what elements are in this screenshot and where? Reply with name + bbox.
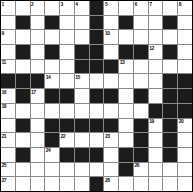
black-cell [45, 45, 59, 59]
crossword-cell[interactable] [60, 163, 74, 177]
crossword-cell[interactable]: 1 [1, 1, 15, 15]
crossword-cell[interactable] [163, 30, 177, 44]
clue-number: 17 [31, 89, 36, 95]
crossword-cell[interactable] [1, 16, 15, 30]
black-cell [90, 16, 104, 30]
clue-number: 24 [46, 147, 51, 153]
crossword-cell[interactable] [45, 1, 59, 15]
black-cell [45, 119, 59, 133]
crossword-cell[interactable] [31, 148, 45, 162]
crossword-cell[interactable] [31, 163, 45, 177]
black-cell [104, 89, 118, 103]
crossword-cell[interactable] [178, 133, 192, 147]
crossword-cell[interactable] [16, 104, 30, 118]
crossword-cell[interactable]: 5 [104, 1, 118, 15]
crossword-cell[interactable] [31, 133, 45, 147]
black-cell [119, 45, 133, 59]
crossword-cell[interactable] [90, 104, 104, 118]
crossword-cell[interactable] [149, 177, 163, 191]
black-cell [163, 74, 177, 88]
crossword-cell[interactable] [163, 163, 177, 177]
clue-number: 7 [149, 1, 151, 7]
crossword-cell[interactable] [1, 45, 15, 59]
black-cell [163, 133, 177, 147]
black-cell [90, 45, 104, 59]
crossword-cell[interactable] [178, 16, 192, 30]
clue-number: 6 [134, 1, 136, 7]
crossword-cell[interactable] [31, 104, 45, 118]
crossword-cell[interactable] [119, 74, 133, 88]
crossword-cell[interactable] [178, 177, 192, 191]
crossword-cell[interactable]: 7 [149, 1, 163, 15]
crossword-cell[interactable] [134, 104, 148, 118]
crossword-cell[interactable] [1, 119, 15, 133]
crossword-cell[interactable] [149, 60, 163, 74]
crossword-cell[interactable] [104, 74, 118, 88]
black-cell [45, 133, 59, 147]
crossword-cell[interactable] [16, 60, 30, 74]
crossword-cell[interactable]: 13 [119, 60, 133, 74]
crossword-cell[interactable] [134, 16, 148, 30]
crossword-cell[interactable] [31, 177, 45, 191]
black-cell [90, 89, 104, 103]
crossword-cell[interactable]: 6 [134, 1, 148, 15]
clue-number: 11 [2, 59, 6, 65]
black-cell [60, 89, 74, 103]
crossword-cell[interactable]: 25 [1, 163, 15, 177]
crossword-cell[interactable] [149, 74, 163, 88]
crossword-cell[interactable] [75, 104, 89, 118]
clue-number: 14 [46, 74, 51, 80]
black-cell [163, 119, 177, 133]
clue-number: 12 [149, 45, 154, 51]
clue-number: 10 [105, 30, 110, 36]
crossword-cell[interactable] [75, 30, 89, 44]
crossword-cell[interactable]: 21 [1, 133, 15, 147]
crossword-cell[interactable] [119, 133, 133, 147]
crossword-cell[interactable] [149, 30, 163, 44]
black-cell [75, 60, 89, 74]
crossword-cell[interactable] [178, 163, 192, 177]
crossword-puzzle: 1234567891012111314151617181920212223242… [0, 0, 193, 192]
crossword-cell[interactable] [134, 30, 148, 44]
black-cell [90, 60, 104, 74]
crossword-cell[interactable] [178, 30, 192, 44]
clue-number: 16 [2, 89, 7, 95]
crossword-cell[interactable] [119, 104, 133, 118]
black-cell [16, 45, 30, 59]
crossword-cell[interactable] [149, 148, 163, 162]
crossword-cell[interactable] [104, 148, 118, 162]
clue-number: 1 [2, 1, 4, 7]
crossword-cell[interactable]: 12 [149, 45, 163, 59]
clue-number: 26 [134, 162, 139, 168]
crossword-cell[interactable] [45, 104, 59, 118]
black-cell [45, 16, 59, 30]
crossword-cell[interactable]: 22 [60, 133, 74, 147]
crossword-cell[interactable] [104, 104, 118, 118]
clue-number: 15 [75, 74, 80, 80]
crossword-cell[interactable] [16, 30, 30, 44]
crossword-cell[interactable] [31, 30, 45, 44]
clue-number: 25 [2, 162, 7, 168]
crossword-cell[interactable]: 10 [104, 30, 118, 44]
crossword-cell[interactable] [31, 119, 45, 133]
black-cell [90, 148, 104, 162]
crossword-cell[interactable] [75, 16, 89, 30]
crossword-cell[interactable] [16, 177, 30, 191]
crossword-cell[interactable]: 9 [1, 30, 15, 44]
crossword-cell[interactable]: 23 [104, 133, 118, 147]
black-cell [178, 89, 192, 103]
crossword-cell[interactable] [60, 16, 74, 30]
black-cell [16, 89, 30, 103]
black-cell [119, 148, 133, 162]
crossword-cell[interactable] [16, 1, 30, 15]
clue-number: 27 [2, 177, 7, 183]
crossword-cell[interactable] [163, 60, 177, 74]
clue-number: 3 [61, 1, 63, 7]
black-cell [178, 104, 192, 118]
black-cell [163, 16, 177, 30]
black-cell [90, 1, 104, 15]
crossword-cell[interactable] [31, 16, 45, 30]
crossword-cell[interactable] [178, 148, 192, 162]
clue-number: 20 [179, 118, 184, 124]
crossword-cell[interactable] [16, 133, 30, 147]
crossword-cell[interactable] [119, 89, 133, 103]
crossword-cell[interactable] [119, 119, 133, 133]
crossword-cell[interactable]: 19 [149, 119, 163, 133]
black-cell [149, 104, 163, 118]
clue-number: 22 [61, 133, 66, 139]
crossword-cell[interactable] [31, 45, 45, 59]
crossword-cell[interactable] [60, 30, 74, 44]
clue-number: 9 [2, 30, 4, 36]
clue-number: 23 [105, 133, 110, 139]
crossword-cell[interactable]: 11 [1, 60, 15, 74]
crossword-cell[interactable]: 24 [45, 148, 59, 162]
crossword-cell[interactable] [45, 163, 59, 177]
crossword-cell[interactable] [60, 60, 74, 74]
crossword-cell[interactable]: 3 [60, 1, 74, 15]
crossword-cell[interactable] [45, 60, 59, 74]
black-cell [60, 119, 74, 133]
clue-number: 21 [2, 133, 7, 139]
crossword-cell[interactable] [60, 104, 74, 118]
crossword-cell[interactable] [60, 45, 74, 59]
black-cell [163, 45, 177, 59]
crossword-cell[interactable]: 8 [178, 1, 192, 15]
crossword-cell[interactable] [16, 163, 30, 177]
black-cell [163, 148, 177, 162]
black-cell [134, 89, 148, 103]
crossword-cell[interactable] [134, 74, 148, 88]
crossword-cell[interactable] [149, 16, 163, 30]
crossword-cell[interactable] [178, 60, 192, 74]
black-cell [119, 163, 133, 177]
crossword-cell[interactable]: 2 [31, 1, 45, 15]
black-cell [134, 45, 148, 59]
crossword-cell[interactable]: 4 [75, 1, 89, 15]
black-cell [90, 30, 104, 44]
crossword-cell[interactable] [75, 133, 89, 147]
crossword-cell[interactable] [178, 45, 192, 59]
crossword-cell[interactable] [163, 177, 177, 191]
black-cell [104, 60, 118, 74]
black-cell [75, 148, 89, 162]
crossword-cell[interactable] [45, 30, 59, 44]
crossword-cell[interactable] [104, 163, 118, 177]
crossword-cell[interactable] [119, 30, 133, 44]
crossword-cell[interactable] [60, 74, 74, 88]
crossword-cell[interactable]: 20 [178, 119, 192, 133]
crossword-cell[interactable] [134, 60, 148, 74]
crossword-cell[interactable] [45, 177, 59, 191]
crossword-cell[interactable] [75, 177, 89, 191]
black-cell [31, 74, 45, 88]
black-cell [60, 148, 74, 162]
black-cell [16, 74, 30, 88]
clue-number: 8 [179, 1, 181, 7]
crossword-cell[interactable] [60, 177, 74, 191]
crossword-cell[interactable] [90, 133, 104, 147]
black-cell [134, 119, 148, 133]
clue-number: 5 [105, 1, 107, 7]
crossword-cell[interactable]: 26 [134, 163, 148, 177]
crossword-grid: 1234567891012111314151617181920212223242… [0, 0, 193, 192]
black-cell [16, 119, 30, 133]
clue-number: 19 [149, 118, 154, 124]
crossword-cell[interactable] [149, 89, 163, 103]
crossword-cell[interactable] [134, 177, 148, 191]
black-cell [75, 119, 89, 133]
black-cell [134, 133, 148, 147]
black-cell [90, 177, 104, 191]
crossword-cell[interactable]: 17 [31, 89, 45, 103]
black-cell [16, 148, 30, 162]
black-cell [16, 16, 30, 30]
crossword-cell[interactable] [75, 163, 89, 177]
crossword-cell[interactable] [75, 89, 89, 103]
crossword-cell[interactable] [104, 16, 118, 30]
clue-number: 13 [120, 59, 125, 65]
crossword-cell[interactable] [90, 74, 104, 88]
crossword-cell[interactable]: 14 [45, 74, 59, 88]
black-cell [163, 104, 177, 118]
crossword-cell[interactable] [149, 163, 163, 177]
crossword-cell[interactable] [31, 60, 45, 74]
crossword-cell[interactable]: 16 [1, 89, 15, 103]
crossword-cell[interactable] [163, 1, 177, 15]
black-cell [178, 74, 192, 88]
black-cell [1, 74, 15, 88]
crossword-cell[interactable] [149, 133, 163, 147]
crossword-cell[interactable] [104, 45, 118, 59]
black-cell [90, 119, 104, 133]
crossword-cell[interactable] [119, 177, 133, 191]
crossword-cell[interactable]: 28 [104, 177, 118, 191]
black-cell [119, 16, 133, 30]
clue-number: 4 [75, 1, 77, 7]
crossword-cell[interactable]: 18 [1, 104, 15, 118]
clue-number: 18 [2, 103, 7, 109]
crossword-cell[interactable] [119, 1, 133, 15]
crossword-cell[interactable] [90, 163, 104, 177]
crossword-cell[interactable] [1, 148, 15, 162]
black-cell [45, 89, 59, 103]
clue-number: 28 [105, 177, 110, 183]
clue-number: 2 [31, 1, 33, 7]
black-cell [134, 148, 148, 162]
black-cell [163, 89, 177, 103]
black-cell [75, 45, 89, 59]
black-cell [104, 119, 118, 133]
crossword-cell[interactable]: 15 [75, 74, 89, 88]
crossword-cell[interactable]: 27 [1, 177, 15, 191]
